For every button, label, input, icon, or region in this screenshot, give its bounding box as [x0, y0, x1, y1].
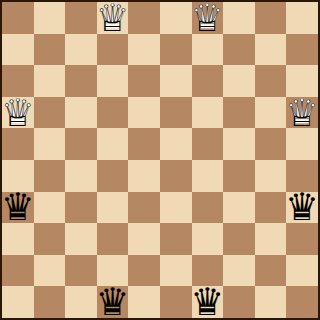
square-d1[interactable]: ♛ — [97, 286, 129, 318]
white-queen-fill-glyph: ♛ — [2, 97, 34, 129]
square-b4[interactable] — [34, 192, 66, 224]
chessboard-diagram: ♛♕♛♕♛♕♛♕♛♛♛♛ — [0, 0, 320, 320]
square-h7[interactable] — [223, 97, 255, 129]
square-e8[interactable] — [128, 65, 160, 97]
square-e1[interactable] — [128, 286, 160, 318]
square-b5[interactable] — [34, 160, 66, 192]
square-a8[interactable] — [2, 65, 34, 97]
square-d8[interactable] — [97, 65, 129, 97]
square-g7[interactable] — [192, 97, 224, 129]
square-j10[interactable] — [286, 2, 318, 34]
black-queen-g1[interactable]: ♛ — [192, 286, 224, 318]
square-f7[interactable] — [160, 97, 192, 129]
square-h10[interactable] — [223, 2, 255, 34]
square-j7[interactable]: ♛♕ — [286, 97, 318, 129]
square-b6[interactable] — [34, 128, 66, 160]
square-f4[interactable] — [160, 192, 192, 224]
white-queen-outline-glyph: ♕ — [286, 97, 318, 129]
square-d5[interactable] — [97, 160, 129, 192]
square-d10[interactable]: ♛♕ — [97, 2, 129, 34]
white-queen-j7[interactable]: ♛♕ — [286, 97, 318, 129]
square-b7[interactable] — [34, 97, 66, 129]
square-c4[interactable] — [65, 192, 97, 224]
square-b10[interactable] — [34, 2, 66, 34]
square-b2[interactable] — [34, 255, 66, 287]
square-a9[interactable] — [2, 34, 34, 66]
square-b1[interactable] — [34, 286, 66, 318]
black-queen-glyph: ♛ — [192, 286, 224, 318]
square-i9[interactable] — [255, 34, 287, 66]
square-d4[interactable] — [97, 192, 129, 224]
square-b3[interactable] — [34, 223, 66, 255]
square-h5[interactable] — [223, 160, 255, 192]
black-queen-j4[interactable]: ♛ — [286, 192, 318, 224]
square-j6[interactable] — [286, 128, 318, 160]
square-f8[interactable] — [160, 65, 192, 97]
square-g6[interactable] — [192, 128, 224, 160]
white-queen-fill-glyph: ♛ — [192, 2, 224, 34]
square-g3[interactable] — [192, 223, 224, 255]
white-queen-g10[interactable]: ♛♕ — [192, 2, 224, 34]
square-i5[interactable] — [255, 160, 287, 192]
square-e3[interactable] — [128, 223, 160, 255]
square-j3[interactable] — [286, 223, 318, 255]
square-j4[interactable]: ♛ — [286, 192, 318, 224]
square-i6[interactable] — [255, 128, 287, 160]
square-a2[interactable] — [2, 255, 34, 287]
square-c6[interactable] — [65, 128, 97, 160]
square-i2[interactable] — [255, 255, 287, 287]
white-queen-outline-glyph: ♕ — [97, 2, 129, 34]
square-a3[interactable] — [2, 223, 34, 255]
square-f5[interactable] — [160, 160, 192, 192]
square-i4[interactable] — [255, 192, 287, 224]
white-queen-fill-glyph: ♛ — [286, 97, 318, 129]
square-c3[interactable] — [65, 223, 97, 255]
black-queen-a4[interactable]: ♛ — [2, 192, 34, 224]
square-d2[interactable] — [97, 255, 129, 287]
white-queen-a7[interactable]: ♛♕ — [2, 97, 34, 129]
square-c7[interactable] — [65, 97, 97, 129]
square-g1[interactable]: ♛ — [192, 286, 224, 318]
square-e10[interactable] — [128, 2, 160, 34]
square-d6[interactable] — [97, 128, 129, 160]
square-h2[interactable] — [223, 255, 255, 287]
square-h8[interactable] — [223, 65, 255, 97]
black-queen-glyph: ♛ — [97, 286, 129, 318]
black-queen-d1[interactable]: ♛ — [97, 286, 129, 318]
white-queen-d10[interactable]: ♛♕ — [97, 2, 129, 34]
square-d3[interactable] — [97, 223, 129, 255]
square-f9[interactable] — [160, 34, 192, 66]
square-j5[interactable] — [286, 160, 318, 192]
square-e9[interactable] — [128, 34, 160, 66]
white-queen-outline-glyph: ♕ — [2, 97, 34, 129]
square-c1[interactable] — [65, 286, 97, 318]
square-f2[interactable] — [160, 255, 192, 287]
square-b9[interactable] — [34, 34, 66, 66]
square-f3[interactable] — [160, 223, 192, 255]
square-i1[interactable] — [255, 286, 287, 318]
square-j8[interactable] — [286, 65, 318, 97]
square-e4[interactable] — [128, 192, 160, 224]
square-a7[interactable]: ♛♕ — [2, 97, 34, 129]
square-a10[interactable] — [2, 2, 34, 34]
square-i7[interactable] — [255, 97, 287, 129]
square-h3[interactable] — [223, 223, 255, 255]
square-e7[interactable] — [128, 97, 160, 129]
square-a1[interactable] — [2, 286, 34, 318]
black-queen-glyph: ♛ — [286, 192, 318, 224]
square-h1[interactable] — [223, 286, 255, 318]
square-i3[interactable] — [255, 223, 287, 255]
square-e5[interactable] — [128, 160, 160, 192]
square-j9[interactable] — [286, 34, 318, 66]
square-g2[interactable] — [192, 255, 224, 287]
square-j2[interactable] — [286, 255, 318, 287]
white-queen-fill-glyph: ♛ — [97, 2, 129, 34]
square-a4[interactable]: ♛ — [2, 192, 34, 224]
square-h9[interactable] — [223, 34, 255, 66]
square-h6[interactable] — [223, 128, 255, 160]
square-b8[interactable] — [34, 65, 66, 97]
square-f10[interactable] — [160, 2, 192, 34]
square-f1[interactable] — [160, 286, 192, 318]
square-c10[interactable] — [65, 2, 97, 34]
square-c8[interactable] — [65, 65, 97, 97]
square-e6[interactable] — [128, 128, 160, 160]
square-d9[interactable] — [97, 34, 129, 66]
square-g5[interactable] — [192, 160, 224, 192]
white-queen-outline-glyph: ♕ — [192, 2, 224, 34]
square-i10[interactable] — [255, 2, 287, 34]
square-g9[interactable] — [192, 34, 224, 66]
square-g8[interactable] — [192, 65, 224, 97]
square-c5[interactable] — [65, 160, 97, 192]
chessboard: ♛♕♛♕♛♕♛♕♛♛♛♛ — [0, 0, 320, 320]
square-j1[interactable] — [286, 286, 318, 318]
square-f6[interactable] — [160, 128, 192, 160]
square-i8[interactable] — [255, 65, 287, 97]
square-c9[interactable] — [65, 34, 97, 66]
square-g4[interactable] — [192, 192, 224, 224]
square-h4[interactable] — [223, 192, 255, 224]
square-a5[interactable] — [2, 160, 34, 192]
black-queen-glyph: ♛ — [2, 192, 34, 224]
square-g10[interactable]: ♛♕ — [192, 2, 224, 34]
square-c2[interactable] — [65, 255, 97, 287]
square-d7[interactable] — [97, 97, 129, 129]
square-e2[interactable] — [128, 255, 160, 287]
square-a6[interactable] — [2, 128, 34, 160]
